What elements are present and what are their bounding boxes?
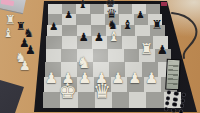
piece-wN-c3[interactable]: ♞ [77, 55, 91, 71]
lcd-text-lines [167, 62, 178, 87]
piece-wP-e2[interactable]: ♟ [112, 71, 125, 86]
piece-bR-h6[interactable]: ♜ [151, 19, 162, 31]
piece-wK-b1[interactable]: ♚ [58, 81, 76, 101]
panel-button-5[interactable] [173, 97, 177, 101]
piece-bP-g7[interactable]: ♟ [136, 10, 145, 20]
panel-button-9[interactable] [180, 104, 184, 108]
panel-button-4[interactable] [166, 96, 170, 100]
piece-wP-f2[interactable]: ♟ [128, 71, 141, 86]
piece-bP-h4[interactable]: ♟ [157, 44, 168, 56]
piece-wQ-d1[interactable]: ♛ [93, 81, 111, 101]
piece-bP-a6[interactable]: ♟ [49, 21, 58, 32]
piece-wP-a2[interactable]: ♟ [45, 71, 58, 86]
control-button-grid [162, 89, 187, 113]
brand-logo [161, 1, 167, 5]
panel-button-1[interactable] [167, 91, 171, 95]
panel-button-3[interactable] [182, 93, 186, 97]
piece-wR-g4[interactable]: ♜ [140, 42, 153, 57]
piece-bP-d5[interactable]: ♟ [94, 32, 104, 43]
piece-wB-e5[interactable]: ♝ [108, 30, 120, 43]
panel-button-2[interactable] [174, 92, 178, 96]
piece-bB-f6[interactable]: ♝ [122, 19, 133, 31]
panel-button-8[interactable] [173, 103, 177, 107]
lcd-display [165, 59, 181, 91]
piece-wP-c2[interactable]: ♟ [78, 71, 91, 86]
photo-scene: ♜♝♞♟♜♞♟♟ ♝♚♟♛♟♟♞♝♜♟♟♝♜♟♞♟♟♟♟♟♟♟♚♛ [0, 0, 200, 113]
panel-button-7[interactable] [165, 102, 169, 106]
panel-button-6[interactable] [181, 98, 185, 102]
panel-button-10[interactable] [165, 107, 169, 111]
piece-bB-c8[interactable]: ♝ [78, 0, 87, 10]
piece-wP-g2[interactable]: ♟ [145, 71, 158, 86]
panel-button-11[interactable] [172, 108, 176, 112]
panel-button-12[interactable] [179, 109, 183, 113]
piece-bP-c5[interactable]: ♟ [78, 32, 88, 43]
piece-bP-b7[interactable]: ♟ [64, 10, 73, 20]
